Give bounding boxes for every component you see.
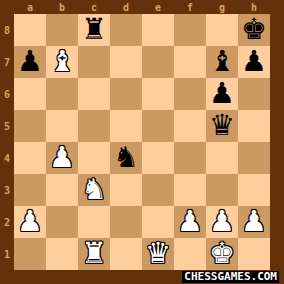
square-b6[interactable] [46, 78, 78, 110]
black-queen: ♛ [206, 110, 238, 142]
square-h8[interactable]: ♚ [238, 14, 270, 46]
square-f4[interactable] [174, 142, 206, 174]
black-king: ♚ [238, 14, 270, 46]
board-edge-right [270, 110, 284, 142]
square-b8[interactable] [46, 14, 78, 46]
square-b7[interactable]: ♝ [46, 46, 78, 78]
square-a6[interactable] [14, 78, 46, 110]
square-g4[interactable] [206, 142, 238, 174]
square-f5[interactable] [174, 110, 206, 142]
square-b4[interactable]: ♟ [46, 142, 78, 174]
black-pawn: ♟ [14, 46, 46, 78]
board-edge-right [270, 46, 284, 78]
white-queen: ♛ [142, 238, 174, 270]
white-rook: ♜ [78, 238, 110, 270]
square-e1[interactable]: ♛ [142, 238, 174, 270]
square-f7[interactable] [174, 46, 206, 78]
square-f6[interactable] [174, 78, 206, 110]
square-e4[interactable] [142, 142, 174, 174]
board-corner-top-right [270, 0, 284, 14]
rank-label-3: 3 [0, 174, 14, 206]
white-pawn: ♟ [238, 206, 270, 238]
square-b1[interactable] [46, 238, 78, 270]
square-c6[interactable] [78, 78, 110, 110]
square-e5[interactable] [142, 110, 174, 142]
square-c3[interactable]: ♞ [78, 174, 110, 206]
rank-label-5: 5 [0, 110, 14, 142]
square-h5[interactable] [238, 110, 270, 142]
square-c2[interactable] [78, 206, 110, 238]
square-a2[interactable]: ♟ [14, 206, 46, 238]
board-edge-right [270, 78, 284, 110]
square-c7[interactable] [78, 46, 110, 78]
square-g3[interactable] [206, 174, 238, 206]
file-label-g: g [206, 0, 238, 14]
rank-label-6: 6 [0, 78, 14, 110]
file-label-d: d [110, 0, 142, 14]
white-pawn: ♟ [174, 206, 206, 238]
square-f8[interactable] [174, 14, 206, 46]
file-label-c: c [78, 0, 110, 14]
square-h2[interactable]: ♟ [238, 206, 270, 238]
square-g1[interactable]: ♚ [206, 238, 238, 270]
board-edge-bottom-c [78, 270, 110, 284]
square-a1[interactable] [14, 238, 46, 270]
square-b5[interactable] [46, 110, 78, 142]
board-edge-bottom-e [142, 270, 174, 284]
black-pawn: ♟ [206, 78, 238, 110]
square-g6[interactable]: ♟ [206, 78, 238, 110]
square-h1[interactable] [238, 238, 270, 270]
rank-label-1: 1 [0, 238, 14, 270]
board-edge-right [270, 142, 284, 174]
square-c5[interactable] [78, 110, 110, 142]
board-edge-bottom-b [46, 270, 78, 284]
rank-label-8: 8 [0, 14, 14, 46]
square-e3[interactable] [142, 174, 174, 206]
square-e7[interactable] [142, 46, 174, 78]
square-f1[interactable] [174, 238, 206, 270]
white-bishop: ♝ [46, 46, 78, 78]
square-a3[interactable] [14, 174, 46, 206]
square-d8[interactable] [110, 14, 142, 46]
square-d7[interactable] [110, 46, 142, 78]
square-c4[interactable] [78, 142, 110, 174]
square-d3[interactable] [110, 174, 142, 206]
black-bishop: ♝ [206, 46, 238, 78]
board-edge-bottom-d [110, 270, 142, 284]
board-corner-bottom-left [0, 270, 14, 284]
square-c8[interactable]: ♜ [78, 14, 110, 46]
square-a5[interactable] [14, 110, 46, 142]
square-b3[interactable] [46, 174, 78, 206]
square-e2[interactable] [142, 206, 174, 238]
square-d1[interactable] [110, 238, 142, 270]
square-g7[interactable]: ♝ [206, 46, 238, 78]
black-pawn: ♟ [238, 46, 270, 78]
square-a4[interactable] [14, 142, 46, 174]
white-pawn: ♟ [206, 206, 238, 238]
square-h7[interactable]: ♟ [238, 46, 270, 78]
square-a8[interactable] [14, 14, 46, 46]
square-f2[interactable]: ♟ [174, 206, 206, 238]
file-label-e: e [142, 0, 174, 14]
white-king: ♚ [206, 238, 238, 270]
file-label-f: f [174, 0, 206, 14]
white-knight: ♞ [78, 174, 110, 206]
chessgames-watermark: CHESSGAMES.COM [182, 271, 279, 283]
file-label-b: b [46, 0, 78, 14]
board-edge-right [270, 206, 284, 238]
board-edge-bottom-a [14, 270, 46, 284]
board-edge-right [270, 238, 284, 270]
square-c1[interactable]: ♜ [78, 238, 110, 270]
square-a7[interactable]: ♟ [14, 46, 46, 78]
square-e6[interactable] [142, 78, 174, 110]
black-rook: ♜ [78, 14, 110, 46]
board-edge-right [270, 174, 284, 206]
file-label-a: a [14, 0, 46, 14]
square-b2[interactable] [46, 206, 78, 238]
square-g5[interactable]: ♛ [206, 110, 238, 142]
file-label-h: h [238, 0, 270, 14]
square-e8[interactable] [142, 14, 174, 46]
square-d2[interactable] [110, 206, 142, 238]
square-f3[interactable] [174, 174, 206, 206]
square-h3[interactable] [238, 174, 270, 206]
square-d6[interactable] [110, 78, 142, 110]
rank-label-7: 7 [0, 46, 14, 78]
white-pawn: ♟ [46, 142, 78, 174]
square-g2[interactable]: ♟ [206, 206, 238, 238]
square-g8[interactable] [206, 14, 238, 46]
square-h4[interactable] [238, 142, 270, 174]
square-h6[interactable] [238, 78, 270, 110]
chess-board-frame: abcdefgh8♜♚7♟♝♝♟6♟5♛4♟♞3♞2♟♟♟♟1♜♛♚CHESSG… [0, 0, 284, 284]
rank-label-4: 4 [0, 142, 14, 174]
rank-label-2: 2 [0, 206, 14, 238]
white-pawn: ♟ [14, 206, 46, 238]
black-knight: ♞ [110, 142, 142, 174]
board-edge-right [270, 14, 284, 46]
square-d5[interactable] [110, 110, 142, 142]
board-corner-top-left [0, 0, 14, 14]
square-d4[interactable]: ♞ [110, 142, 142, 174]
